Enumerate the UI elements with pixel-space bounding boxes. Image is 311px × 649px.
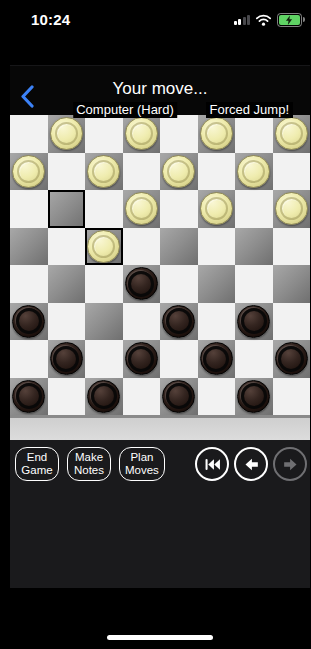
square-r8c1[interactable] [10, 378, 48, 416]
square-r4c1[interactable] [10, 228, 48, 266]
forced-jump-badge: Forced Jump! [206, 102, 293, 118]
computer-yellow-piece[interactable] [125, 117, 158, 150]
arrow-right-icon [281, 455, 300, 474]
square-r6c5[interactable] [160, 303, 198, 341]
square-r5c3 [85, 265, 123, 303]
square-r1c5 [160, 115, 198, 153]
square-r1c2[interactable] [48, 115, 86, 153]
square-r1c8[interactable] [273, 115, 311, 153]
toolbar: End Game Make Notes Plan Moves [10, 440, 310, 488]
square-r5c2[interactable] [48, 265, 86, 303]
square-r7c3 [85, 340, 123, 378]
player-black-piece[interactable] [125, 267, 158, 300]
opponent-label: Computer (Hard) [73, 102, 177, 118]
square-r7c7 [235, 340, 273, 378]
control-panel: End Game Make Notes Plan Moves [10, 440, 310, 588]
computer-yellow-piece[interactable] [125, 192, 158, 225]
square-r3c8[interactable] [273, 190, 311, 228]
square-r5c1 [10, 265, 48, 303]
player-black-piece[interactable] [50, 342, 83, 375]
square-r2c4 [123, 153, 161, 191]
square-r3c3 [85, 190, 123, 228]
square-r6c3[interactable] [85, 303, 123, 341]
square-r7c8[interactable] [273, 340, 311, 378]
status-bar: 10:24 [10, 0, 310, 44]
player-black-piece[interactable] [200, 342, 233, 375]
square-r2c5[interactable] [160, 153, 198, 191]
square-r2c8 [273, 153, 311, 191]
square-r4c7[interactable] [235, 228, 273, 266]
square-r5c8[interactable] [273, 265, 311, 303]
player-black-piece[interactable] [162, 380, 195, 413]
square-r7c1 [10, 340, 48, 378]
turn-status-title: Your move... [10, 79, 310, 99]
player-black-piece[interactable] [125, 342, 158, 375]
square-r7c5 [160, 340, 198, 378]
square-r2c7[interactable] [235, 153, 273, 191]
skip-to-start-icon [203, 455, 222, 474]
home-indicator[interactable] [107, 635, 213, 640]
square-r8c6 [198, 378, 236, 416]
square-r5c7 [235, 265, 273, 303]
square-r3c7 [235, 190, 273, 228]
end-game-button[interactable]: End Game [15, 447, 59, 481]
square-r4c2 [48, 228, 86, 266]
square-r6c6 [198, 303, 236, 341]
square-r1c3 [85, 115, 123, 153]
status-gap [10, 44, 310, 65]
computer-yellow-piece[interactable] [200, 192, 233, 225]
square-r5c5 [160, 265, 198, 303]
square-r6c7[interactable] [235, 303, 273, 341]
square-r5c4[interactable] [123, 265, 161, 303]
square-r7c6[interactable] [198, 340, 236, 378]
player-black-piece[interactable] [12, 305, 45, 338]
square-r7c2[interactable] [48, 340, 86, 378]
square-r4c6 [198, 228, 236, 266]
computer-yellow-piece[interactable] [275, 117, 308, 150]
square-r1c4[interactable] [123, 115, 161, 153]
app-screen: 10:24 Your move... Computer (Hard) Force… [10, 0, 310, 649]
wifi-icon [255, 14, 272, 26]
square-r2c6 [198, 153, 236, 191]
next-move-button[interactable] [273, 447, 307, 481]
square-r6c8 [273, 303, 311, 341]
square-r4c4 [123, 228, 161, 266]
square-r8c3[interactable] [85, 378, 123, 416]
square-r3c4[interactable] [123, 190, 161, 228]
previous-move-button[interactable] [234, 447, 268, 481]
square-r5c6[interactable] [198, 265, 236, 303]
square-r4c5[interactable] [160, 228, 198, 266]
square-r3c6[interactable] [198, 190, 236, 228]
square-r3c2[interactable] [48, 190, 86, 228]
square-r3c1 [10, 190, 48, 228]
player-black-piece[interactable] [12, 380, 45, 413]
computer-yellow-piece[interactable] [87, 230, 120, 263]
square-r4c8 [273, 228, 311, 266]
skip-to-start-button[interactable] [195, 447, 229, 481]
computer-yellow-piece[interactable] [200, 117, 233, 150]
board [10, 115, 310, 415]
square-r1c7 [235, 115, 273, 153]
square-r7c4[interactable] [123, 340, 161, 378]
player-black-piece[interactable] [87, 380, 120, 413]
square-r2c3[interactable] [85, 153, 123, 191]
square-r6c2 [48, 303, 86, 341]
square-r2c2 [48, 153, 86, 191]
clock: 10:24 [31, 11, 70, 28]
square-r1c1 [10, 115, 48, 153]
computer-yellow-piece[interactable] [87, 155, 120, 188]
square-r4c3[interactable] [85, 228, 123, 266]
player-black-piece[interactable] [237, 305, 270, 338]
square-r1c6[interactable] [198, 115, 236, 153]
player-black-piece[interactable] [162, 305, 195, 338]
status-icons [234, 13, 303, 27]
arrow-left-icon [242, 455, 261, 474]
player-black-piece[interactable] [275, 342, 308, 375]
square-r8c5[interactable] [160, 378, 198, 416]
board-bottom-bezel [10, 415, 310, 440]
square-r8c7[interactable] [235, 378, 273, 416]
square-r8c2 [48, 378, 86, 416]
cellular-signal-icon [234, 14, 251, 25]
computer-yellow-piece[interactable] [12, 155, 45, 188]
computer-yellow-piece[interactable] [162, 155, 195, 188]
square-r8c4 [123, 378, 161, 416]
computer-yellow-piece[interactable] [237, 155, 270, 188]
square-r6c1[interactable] [10, 303, 48, 341]
square-r3c5 [160, 190, 198, 228]
player-black-piece[interactable] [237, 380, 270, 413]
battery-charging-icon [277, 13, 302, 27]
plan-moves-button[interactable]: Plan Moves [119, 447, 165, 481]
computer-yellow-piece[interactable] [275, 192, 308, 225]
square-r8c8 [273, 378, 311, 416]
nav-bar: Your move... Computer (Hard) Forced Jump… [10, 65, 310, 115]
bottom-bar [10, 588, 310, 649]
make-notes-button[interactable]: Make Notes [67, 447, 111, 481]
computer-yellow-piece[interactable] [50, 117, 83, 150]
square-r2c1[interactable] [10, 153, 48, 191]
square-r6c4 [123, 303, 161, 341]
